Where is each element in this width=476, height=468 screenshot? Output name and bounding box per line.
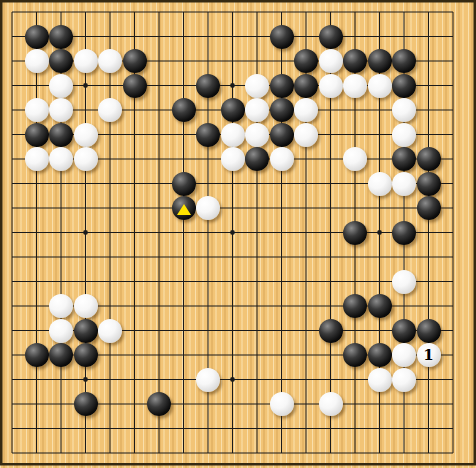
white-stone xyxy=(25,98,49,122)
black-stone xyxy=(172,172,196,196)
black-stone xyxy=(123,74,147,98)
black-stone xyxy=(392,49,416,73)
white-stone xyxy=(270,392,294,416)
black-stone xyxy=(368,294,392,318)
black-stone xyxy=(319,319,343,343)
black-stone xyxy=(245,147,269,171)
white-stone xyxy=(319,49,343,73)
white-stone xyxy=(221,147,245,171)
black-stone xyxy=(294,74,318,98)
white-stone xyxy=(245,74,269,98)
white-stone xyxy=(49,74,73,98)
black-stone xyxy=(392,221,416,245)
black-stone xyxy=(270,98,294,122)
white-stone xyxy=(368,74,392,98)
black-stone xyxy=(417,319,441,343)
white-stone xyxy=(392,343,416,367)
white-stone xyxy=(74,49,98,73)
black-stone xyxy=(74,343,98,367)
white-stone xyxy=(49,98,73,122)
white-stone xyxy=(25,49,49,73)
black-stone xyxy=(392,319,416,343)
black-stone xyxy=(343,343,367,367)
white-stone xyxy=(98,98,122,122)
black-stone xyxy=(392,147,416,171)
white-stone xyxy=(196,368,220,392)
black-stone xyxy=(172,196,196,220)
white-stone xyxy=(49,147,73,171)
black-stone xyxy=(172,98,196,122)
black-stone xyxy=(270,74,294,98)
white-stone xyxy=(245,123,269,147)
black-stone xyxy=(392,74,416,98)
white-stone xyxy=(368,368,392,392)
black-stone xyxy=(270,123,294,147)
white-stone xyxy=(294,98,318,122)
black-stone xyxy=(123,49,147,73)
black-stone xyxy=(196,74,220,98)
white-stone xyxy=(98,319,122,343)
black-stone xyxy=(343,221,367,245)
white-stone xyxy=(49,294,73,318)
white-stone xyxy=(25,147,49,171)
black-stone xyxy=(270,25,294,49)
black-stone xyxy=(319,25,343,49)
black-stone xyxy=(417,196,441,220)
black-stone xyxy=(49,49,73,73)
black-stone xyxy=(74,392,98,416)
white-stone xyxy=(343,147,367,171)
black-stone xyxy=(147,392,171,416)
white-stone xyxy=(221,123,245,147)
black-stone xyxy=(221,98,245,122)
white-stone xyxy=(196,196,220,220)
white-stone xyxy=(270,147,294,171)
white-stone xyxy=(294,123,318,147)
white-stone xyxy=(392,172,416,196)
black-stone xyxy=(196,123,220,147)
go-board[interactable]: 1 xyxy=(0,0,476,468)
black-stone xyxy=(294,49,318,73)
white-stone xyxy=(392,368,416,392)
white-stone xyxy=(98,49,122,73)
white-stone xyxy=(319,74,343,98)
black-stone xyxy=(74,319,98,343)
white-stone xyxy=(392,270,416,294)
black-stone xyxy=(49,343,73,367)
white-stone xyxy=(74,123,98,147)
white-stone xyxy=(49,319,73,343)
white-stone xyxy=(319,392,343,416)
white-stone xyxy=(74,294,98,318)
black-stone xyxy=(368,49,392,73)
black-stone xyxy=(49,25,73,49)
black-stone xyxy=(343,294,367,318)
black-stone xyxy=(25,25,49,49)
white-stone xyxy=(74,147,98,171)
white-stone xyxy=(392,98,416,122)
black-stone xyxy=(417,172,441,196)
white-stone xyxy=(368,172,392,196)
black-stone xyxy=(25,123,49,147)
white-stone xyxy=(392,123,416,147)
white-stone xyxy=(343,74,367,98)
white-stone xyxy=(245,98,269,122)
black-stone xyxy=(25,343,49,367)
black-stone xyxy=(49,123,73,147)
black-stone xyxy=(343,49,367,73)
black-stone xyxy=(417,147,441,171)
black-stone xyxy=(368,343,392,367)
board-grid: 1 xyxy=(0,0,465,465)
white-stone xyxy=(417,343,441,367)
